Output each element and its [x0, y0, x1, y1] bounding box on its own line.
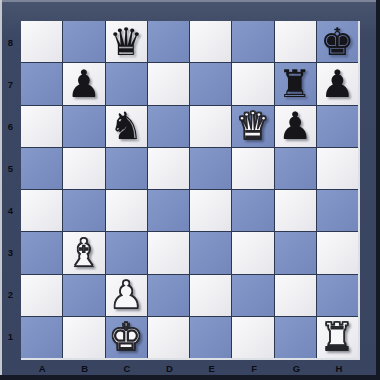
square-f6[interactable]: ♛ — [232, 106, 273, 147]
square-h4[interactable] — [317, 190, 358, 231]
frame-bevel-top — [0, 0, 380, 2]
square-c4[interactable] — [106, 190, 147, 231]
rank-label-2: 2 — [0, 274, 21, 316]
square-b4[interactable] — [63, 190, 104, 231]
square-e3[interactable] — [190, 232, 231, 273]
square-d1[interactable] — [148, 317, 189, 358]
black-queen[interactable]: ♛ — [106, 21, 147, 62]
white-queen[interactable]: ♛ — [232, 106, 273, 147]
square-d4[interactable] — [148, 190, 189, 231]
square-a6[interactable] — [21, 106, 62, 147]
rank-label-1: 1 — [0, 316, 21, 358]
square-c2[interactable]: ♟ — [106, 275, 147, 316]
square-h3[interactable] — [317, 232, 358, 273]
square-b8[interactable] — [63, 21, 104, 62]
square-b6[interactable] — [63, 106, 104, 147]
square-g4[interactable] — [275, 190, 316, 231]
square-g3[interactable] — [275, 232, 316, 273]
black-pawn[interactable]: ♟ — [317, 63, 358, 104]
square-e2[interactable] — [190, 275, 231, 316]
square-d7[interactable] — [148, 63, 189, 104]
square-b5[interactable] — [63, 148, 104, 189]
square-c1[interactable]: ♚ — [106, 317, 147, 358]
black-knight[interactable]: ♞ — [106, 106, 147, 147]
square-a7[interactable] — [21, 63, 62, 104]
black-pawn[interactable]: ♟ — [63, 63, 104, 104]
square-b3[interactable]: ♝ — [63, 232, 104, 273]
square-h7[interactable]: ♟ — [317, 63, 358, 104]
white-rook[interactable]: ♜ — [317, 317, 358, 358]
square-h8[interactable]: ♚ — [317, 21, 358, 62]
square-f5[interactable] — [232, 148, 273, 189]
chess-diagram: 87654321 ♛♚♟♜♟♞♛♟♝♟♚♜ ABCDEFGH — [0, 0, 380, 380]
square-d5[interactable] — [148, 148, 189, 189]
square-e6[interactable] — [190, 106, 231, 147]
square-d3[interactable] — [148, 232, 189, 273]
square-b2[interactable] — [63, 275, 104, 316]
black-king[interactable]: ♚ — [317, 21, 358, 62]
white-king[interactable]: ♚ — [106, 317, 147, 358]
square-f1[interactable] — [232, 317, 273, 358]
square-f2[interactable] — [232, 275, 273, 316]
square-d6[interactable] — [148, 106, 189, 147]
black-pawn[interactable]: ♟ — [275, 106, 316, 147]
square-g8[interactable] — [275, 21, 316, 62]
frame-bevel-left — [0, 0, 2, 380]
square-d8[interactable] — [148, 21, 189, 62]
frame-bevel-bottom — [0, 375, 380, 380]
rank-label-5: 5 — [0, 147, 21, 189]
square-h6[interactable] — [317, 106, 358, 147]
rank-label-4: 4 — [0, 190, 21, 232]
chess-board[interactable]: ♛♚♟♜♟♞♛♟♝♟♚♜ — [21, 21, 360, 360]
rank-label-8: 8 — [0, 21, 21, 63]
square-e7[interactable] — [190, 63, 231, 104]
square-g2[interactable] — [275, 275, 316, 316]
frame-bevel-right — [376, 0, 380, 380]
rank-label-3: 3 — [0, 232, 21, 274]
square-e4[interactable] — [190, 190, 231, 231]
rank-label-6: 6 — [0, 105, 21, 147]
square-f8[interactable] — [232, 21, 273, 62]
square-c6[interactable]: ♞ — [106, 106, 147, 147]
square-e5[interactable] — [190, 148, 231, 189]
white-pawn[interactable]: ♟ — [106, 275, 147, 316]
square-c3[interactable] — [106, 232, 147, 273]
square-a3[interactable] — [21, 232, 62, 273]
square-a2[interactable] — [21, 275, 62, 316]
square-g1[interactable] — [275, 317, 316, 358]
square-b1[interactable] — [63, 317, 104, 358]
square-g6[interactable]: ♟ — [275, 106, 316, 147]
square-c7[interactable] — [106, 63, 147, 104]
rank-label-7: 7 — [0, 63, 21, 105]
square-a1[interactable] — [21, 317, 62, 358]
square-b7[interactable]: ♟ — [63, 63, 104, 104]
rank-labels: 87654321 — [0, 21, 21, 358]
square-e1[interactable] — [190, 317, 231, 358]
square-g7[interactable]: ♜ — [275, 63, 316, 104]
square-h2[interactable] — [317, 275, 358, 316]
square-f7[interactable] — [232, 63, 273, 104]
square-c5[interactable] — [106, 148, 147, 189]
white-bishop[interactable]: ♝ — [63, 232, 104, 273]
square-a4[interactable] — [21, 190, 62, 231]
square-a5[interactable] — [21, 148, 62, 189]
square-d2[interactable] — [148, 275, 189, 316]
square-h5[interactable] — [317, 148, 358, 189]
square-h1[interactable]: ♜ — [317, 317, 358, 358]
square-e8[interactable] — [190, 21, 231, 62]
black-rook[interactable]: ♜ — [275, 63, 316, 104]
square-f4[interactable] — [232, 190, 273, 231]
square-c8[interactable]: ♛ — [106, 21, 147, 62]
square-a8[interactable] — [21, 21, 62, 62]
square-g5[interactable] — [275, 148, 316, 189]
square-f3[interactable] — [232, 232, 273, 273]
